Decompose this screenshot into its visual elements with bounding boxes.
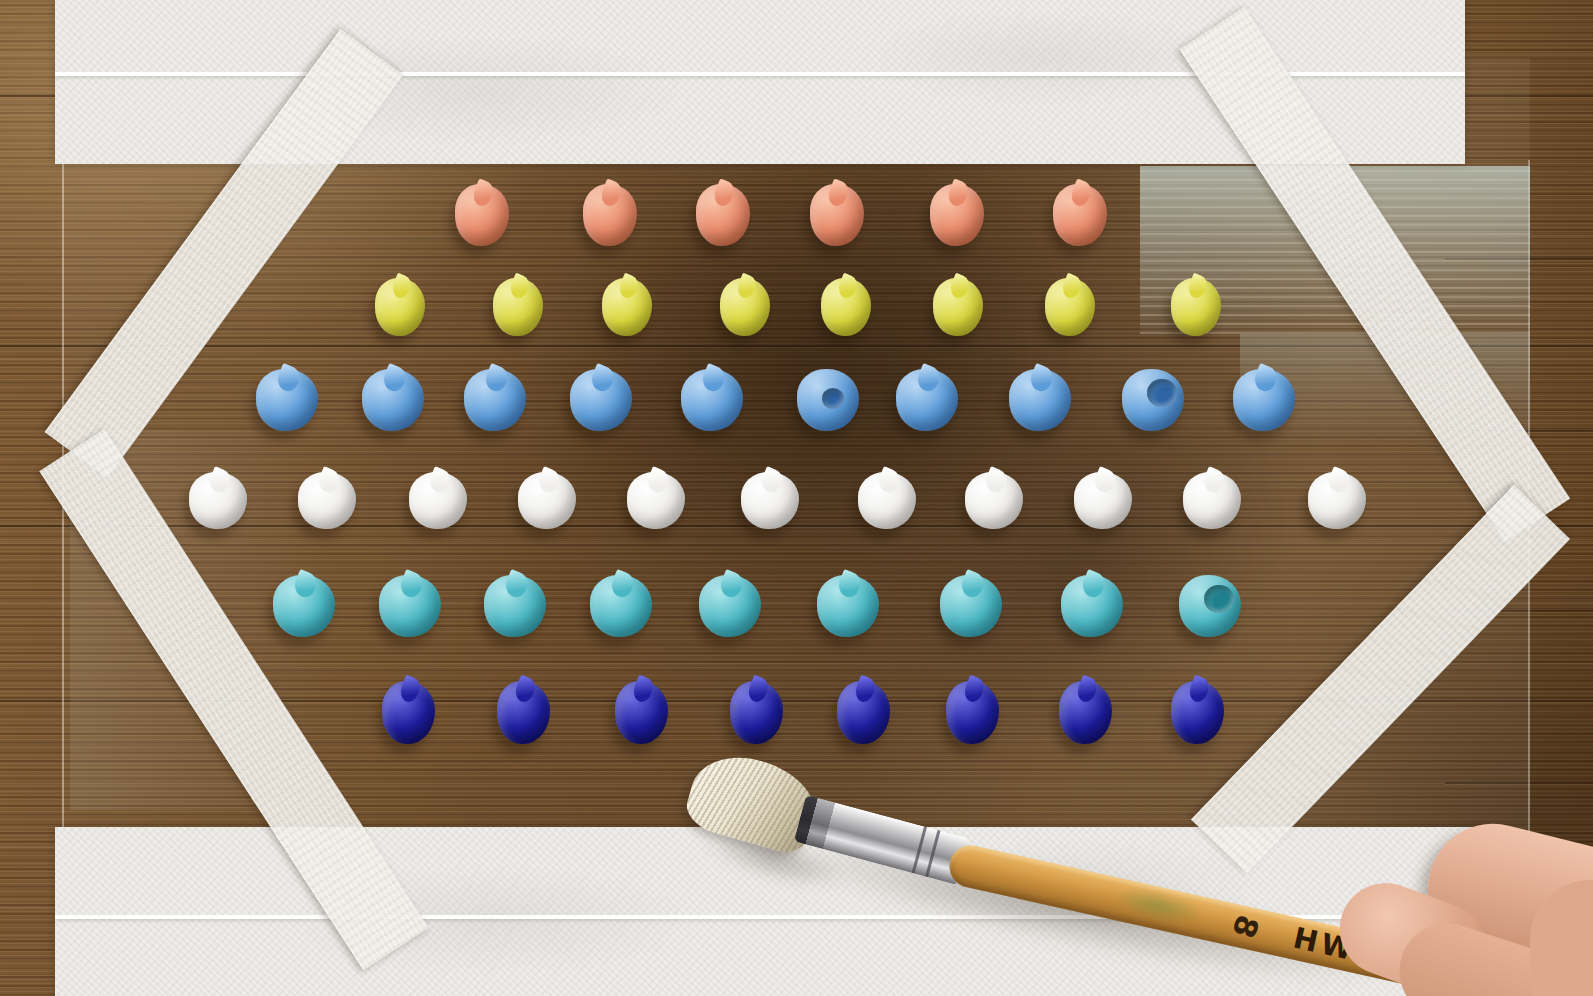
paint-dot-tip [315, 466, 342, 495]
paint-dot-tip [961, 675, 987, 705]
paint-dot-turquoise [379, 575, 441, 637]
paint-dot-navy [1059, 681, 1112, 744]
paint-dot-tip [389, 273, 413, 301]
ferrule-crimp [925, 830, 940, 877]
paint-dot-tip [426, 466, 453, 495]
paint-dot-turquoise [817, 575, 879, 637]
paint-dot-tip [482, 363, 511, 394]
paint-dot-blue [1009, 369, 1071, 431]
paint-dot-yellow [1045, 278, 1095, 336]
paint-dot-tip [616, 273, 640, 301]
paint-dot-white [965, 472, 1023, 529]
paint-dot-turquoise [1179, 575, 1241, 637]
paint-dot-coral [810, 184, 864, 246]
paint-dot-yellow [493, 278, 543, 336]
paint-dot-yellow [602, 278, 652, 336]
paint-dot-tip [1059, 273, 1083, 301]
paint-dot-navy [382, 681, 435, 744]
paint-dot-tip [397, 569, 426, 600]
paint-dot-yellow [720, 278, 770, 336]
paint-dot-yellow [821, 278, 871, 336]
paint-dot-navy [1171, 681, 1224, 744]
paint-dot-tip [1027, 363, 1056, 394]
paint-dot-white [1183, 472, 1241, 529]
paint-dot-coral [696, 184, 750, 246]
paint-dot-blue [1233, 369, 1295, 431]
paint-dot-white [627, 472, 685, 529]
paint-dot-turquoise [940, 575, 1002, 637]
paint-dot-white [518, 472, 576, 529]
paint-dot-yellow [933, 278, 983, 336]
paint-dot-blue [896, 369, 958, 431]
paint-dot-tip [507, 273, 531, 301]
paint-dot-tip [758, 466, 785, 495]
paint-dot-tip [644, 466, 671, 495]
paint-dot-tip [1186, 675, 1212, 705]
paint-dot-blue [362, 369, 424, 431]
paint-dot-tip [206, 466, 233, 495]
paint-dot-tip [825, 178, 851, 208]
paint-dot-tip [1325, 466, 1352, 495]
paint-dot-coral [1053, 184, 1107, 246]
paint-dot-tip [699, 363, 728, 394]
paint-dot-tip [982, 466, 1009, 495]
paint-dot-tip [380, 363, 409, 394]
paint-dot-coral [583, 184, 637, 246]
paint-dot-turquoise [699, 575, 761, 637]
paint-dot-tip [717, 569, 746, 600]
paint-dot-navy [730, 681, 783, 744]
paint-dot-tip [1079, 569, 1108, 600]
brush-size-label: 8 [1225, 910, 1266, 942]
paint-dot-tip [608, 569, 637, 600]
paint-dot-white [189, 472, 247, 529]
paint-dot-white [1308, 472, 1366, 529]
paint-dot-coral [930, 184, 984, 246]
paint-dot-tip [945, 178, 971, 208]
paint-dot-coral [455, 184, 509, 246]
paint-dot-tip [274, 363, 303, 394]
paint-dot-tip [1091, 466, 1118, 495]
paint-dot-crater [1147, 379, 1177, 408]
paint-dot-tip [947, 273, 971, 301]
paint-dot-tip [875, 466, 902, 495]
paint-dot-tip [588, 363, 617, 394]
paint-dot-tip [958, 569, 987, 600]
paint-dot-turquoise [590, 575, 652, 637]
paint-dot-navy [615, 681, 668, 744]
paint-dot-navy [497, 681, 550, 744]
paint-dot-tip [1200, 466, 1227, 495]
paint-dot-tip [397, 675, 423, 705]
paint-dot-tip [470, 178, 496, 208]
photo-scene: 8 HWAH [0, 0, 1593, 996]
paint-dot-tip [598, 178, 624, 208]
paint-dot-tip [630, 675, 656, 705]
paint-dot-tip [852, 675, 878, 705]
paint-dot-crater [822, 388, 844, 409]
paint-dot-white [298, 472, 356, 529]
paint-dot-navy [946, 681, 999, 744]
paint-dot-navy [837, 681, 890, 744]
paint-dot-white [1074, 472, 1132, 529]
paint-dot-tip [1185, 273, 1209, 301]
paint-dot-tip [734, 273, 758, 301]
paint-dot-tip [1068, 178, 1094, 208]
paint-dot-crater [1204, 585, 1234, 614]
paint-dot-tip [291, 569, 320, 600]
paint-dot-tip [502, 569, 531, 600]
paint-dot-tip [535, 466, 562, 495]
paint-dot-tip [835, 273, 859, 301]
paint-dot-blue [570, 369, 632, 431]
paint-dot-tip [835, 569, 864, 600]
paint-dot-turquoise [484, 575, 546, 637]
paint-dot-blue [681, 369, 743, 431]
paint-dot-turquoise [273, 575, 335, 637]
paint-dot-blue [797, 369, 859, 431]
paint-dot-blue [464, 369, 526, 431]
paint-dot-blue [1122, 369, 1184, 431]
paint-dot-turquoise [1061, 575, 1123, 637]
paint-dot-tip [745, 675, 771, 705]
paint-dot-blue [256, 369, 318, 431]
paint-dot-tip [711, 178, 737, 208]
paint-dot-tip [1074, 675, 1100, 705]
paint-dot-white [741, 472, 799, 529]
paint-dot-tip [914, 363, 943, 394]
paint-dot-yellow [1171, 278, 1221, 336]
paint-dot-tip [512, 675, 538, 705]
paint-dot-tip [1251, 363, 1280, 394]
paint-dot-white [409, 472, 467, 529]
paint-dot-white [858, 472, 916, 529]
ferrule-crimp [912, 826, 927, 873]
paint-dot-yellow [375, 278, 425, 336]
